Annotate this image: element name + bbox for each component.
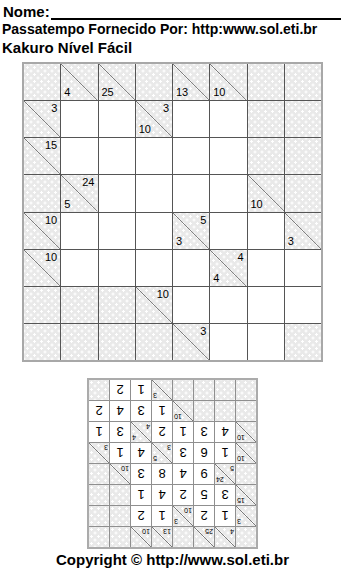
across-clue: 24 bbox=[82, 177, 94, 188]
clue-cell: 53 bbox=[173, 213, 209, 249]
across-clue: 3 bbox=[153, 392, 157, 399]
blank-cell bbox=[285, 64, 321, 100]
blank-cell bbox=[89, 527, 109, 547]
clue-cell: 10 bbox=[173, 401, 193, 421]
across-clue: 4 bbox=[132, 434, 136, 441]
down-clue: 10 bbox=[184, 507, 192, 514]
solution-cell: 3 bbox=[173, 443, 193, 463]
blank-cell bbox=[236, 527, 256, 547]
solution-digit: 2 bbox=[173, 485, 193, 505]
solution-cell: 1 bbox=[215, 443, 235, 463]
clue-cell: 10 bbox=[210, 64, 246, 100]
clue-cell: 3 bbox=[173, 324, 209, 360]
entry-cell[interactable] bbox=[210, 138, 246, 174]
clue-cell: 245 bbox=[215, 464, 235, 484]
entry-cell[interactable] bbox=[173, 138, 209, 174]
solution-cell: 3 bbox=[131, 401, 151, 421]
blank-cell bbox=[215, 380, 235, 400]
entry-cell[interactable] bbox=[99, 138, 135, 174]
solution-cell: 8 bbox=[152, 464, 172, 484]
clue-cell: 10 bbox=[236, 422, 256, 442]
solution-digit: 1 bbox=[215, 506, 235, 526]
solution-digit: 3 bbox=[194, 422, 214, 442]
solution-cell: 2 bbox=[131, 506, 151, 526]
solution-cell: 3 bbox=[215, 485, 235, 505]
entry-cell[interactable] bbox=[136, 175, 172, 211]
solution-cell: 1 bbox=[152, 506, 172, 526]
solution-cell: 4 bbox=[131, 443, 151, 463]
clue-cell: 44 bbox=[131, 422, 151, 442]
across-clue: 24 bbox=[216, 476, 224, 483]
across-clue: 10 bbox=[237, 434, 245, 441]
down-clue: 13 bbox=[163, 528, 171, 535]
across-clue: 3 bbox=[174, 518, 178, 525]
clue-cell: 10 bbox=[136, 287, 172, 323]
clue-cell: 3 bbox=[89, 443, 109, 463]
across-clue: 3 bbox=[200, 326, 206, 337]
solution-cell: 2 bbox=[173, 485, 193, 505]
entry-cell[interactable] bbox=[248, 250, 284, 286]
solution-digit: 1 bbox=[215, 443, 235, 463]
entry-cell[interactable] bbox=[210, 213, 246, 249]
solution-cell: 3 bbox=[110, 422, 130, 442]
name-row: Nome: bbox=[3, 3, 341, 20]
kakuro-board: 425131033101524510105331044103 bbox=[22, 62, 323, 362]
clue-cell: 10 bbox=[24, 250, 60, 286]
solution-digit: 1 bbox=[89, 422, 109, 442]
solution-cell: 1 bbox=[131, 485, 151, 505]
solution-cell: 3 bbox=[194, 422, 214, 442]
clue-cell: 4 bbox=[61, 64, 97, 100]
entry-cell[interactable] bbox=[61, 138, 97, 174]
blank-cell bbox=[24, 64, 60, 100]
solution-cell: 9 bbox=[194, 464, 214, 484]
solution-digit: 2 bbox=[110, 380, 130, 400]
blank-cell bbox=[110, 527, 130, 547]
solution-cell: 2 bbox=[152, 422, 172, 442]
blank-cell bbox=[236, 464, 256, 484]
solution-cell: 1 bbox=[215, 506, 235, 526]
across-clue: 10 bbox=[45, 252, 57, 263]
down-clue: 3 bbox=[104, 444, 108, 451]
solution-digit: 3 bbox=[215, 485, 235, 505]
copyright: Copyright © http://www.sol.eti.br bbox=[0, 551, 345, 569]
across-clue: 15 bbox=[45, 140, 57, 151]
down-clue: 10 bbox=[142, 528, 150, 535]
solution-digit: 5 bbox=[194, 485, 214, 505]
provider-line: Passatempo Fornecido Por: http:www.sol.e… bbox=[2, 21, 317, 38]
blank-cell bbox=[99, 287, 135, 323]
entry-cell[interactable] bbox=[173, 101, 209, 137]
solution-digit: 2 bbox=[89, 401, 109, 421]
solution-digit: 4 bbox=[215, 422, 235, 442]
blank-cell bbox=[89, 506, 109, 526]
across-clue: 3 bbox=[51, 103, 57, 114]
blank-cell bbox=[89, 380, 109, 400]
solution-cell: 4 bbox=[173, 464, 193, 484]
solution-digit: 3 bbox=[173, 443, 193, 463]
entry-cell[interactable] bbox=[136, 213, 172, 249]
clue-cell: 3 bbox=[24, 101, 60, 137]
clue-cell: 13 bbox=[152, 527, 172, 547]
blank-cell bbox=[285, 138, 321, 174]
solution-digit: 8 bbox=[152, 464, 172, 484]
down-clue: 25 bbox=[102, 87, 114, 98]
solution-digit: 1 bbox=[110, 443, 130, 463]
blank-cell bbox=[248, 64, 284, 100]
solution-cell: 3 bbox=[131, 464, 151, 484]
entry-cell[interactable] bbox=[173, 287, 209, 323]
across-clue: 10 bbox=[237, 455, 245, 462]
entry-cell[interactable] bbox=[61, 101, 97, 137]
entry-cell[interactable] bbox=[285, 287, 321, 323]
solution-cell: 4 bbox=[215, 422, 235, 442]
clue-cell: 3 bbox=[152, 380, 172, 400]
blank-cell bbox=[89, 464, 109, 484]
across-clue: 5 bbox=[153, 455, 157, 462]
entry-cell[interactable] bbox=[210, 324, 246, 360]
clue-cell: 10 bbox=[110, 464, 130, 484]
clue-cell: 25 bbox=[99, 64, 135, 100]
entry-cell[interactable] bbox=[99, 101, 135, 137]
entry-cell[interactable] bbox=[99, 250, 135, 286]
blank-cell bbox=[24, 175, 60, 211]
entry-cell[interactable] bbox=[99, 213, 135, 249]
down-clue: 5 bbox=[230, 465, 234, 472]
kakuro-solution-board: 4251310312310121535241245948310101635341… bbox=[87, 378, 258, 549]
solution-digit: 4 bbox=[131, 443, 151, 463]
clue-cell: 25 bbox=[194, 527, 214, 547]
blank-cell bbox=[236, 380, 256, 400]
blank-cell bbox=[61, 324, 97, 360]
solution-cell: 2 bbox=[194, 506, 214, 526]
solution-cell: 5 bbox=[194, 485, 214, 505]
entry-cell[interactable] bbox=[173, 250, 209, 286]
down-clue: 10 bbox=[139, 124, 151, 135]
clue-cell: 245 bbox=[61, 175, 97, 211]
blank-cell bbox=[194, 380, 214, 400]
entry-cell[interactable] bbox=[61, 213, 97, 249]
clue-cell: 44 bbox=[210, 250, 246, 286]
clue-cell: 10 bbox=[236, 443, 256, 463]
entry-cell[interactable] bbox=[248, 213, 284, 249]
clue-cell: 15 bbox=[24, 138, 60, 174]
blank-cell bbox=[136, 64, 172, 100]
solution-board-rotated: 4251310312310121535241245948310101635341… bbox=[87, 378, 258, 549]
clue-cell: 13 bbox=[173, 64, 209, 100]
entry-cell[interactable] bbox=[173, 175, 209, 211]
entry-cell[interactable] bbox=[248, 324, 284, 360]
clue-cell: 10 bbox=[131, 527, 151, 547]
down-clue: 4 bbox=[64, 87, 70, 98]
clue-cell: 310 bbox=[136, 101, 172, 137]
solution-digit: 3 bbox=[131, 401, 151, 421]
blank-cell bbox=[136, 324, 172, 360]
solution-cell: 1 bbox=[131, 380, 151, 400]
down-clue: 3 bbox=[167, 444, 171, 451]
solution-digit: 1 bbox=[173, 422, 193, 442]
blank-cell bbox=[61, 287, 97, 323]
entry-cell[interactable] bbox=[248, 287, 284, 323]
blank-cell bbox=[110, 485, 130, 505]
down-clue: 25 bbox=[205, 528, 213, 535]
down-clue: 4 bbox=[146, 423, 150, 430]
page-title: Kakuro Nível Fácil bbox=[2, 39, 132, 57]
solution-cell: 1 bbox=[152, 401, 172, 421]
clue-cell: 3 bbox=[285, 213, 321, 249]
solution-cell: 1 bbox=[110, 443, 130, 463]
solution-digit: 1 bbox=[152, 506, 172, 526]
entry-cell[interactable] bbox=[136, 250, 172, 286]
solution-digit: 4 bbox=[173, 464, 193, 484]
clue-cell: 10 bbox=[24, 213, 60, 249]
entry-cell[interactable] bbox=[210, 175, 246, 211]
blank-cell bbox=[173, 380, 193, 400]
solution-cell: 1 bbox=[173, 422, 193, 442]
down-clue: 5 bbox=[64, 199, 70, 210]
across-clue: 3 bbox=[237, 518, 241, 525]
blank-cell bbox=[24, 287, 60, 323]
across-clue: 10 bbox=[174, 413, 182, 420]
solution-digit: 2 bbox=[152, 422, 172, 442]
across-clue: 4 bbox=[237, 252, 243, 263]
blank-cell bbox=[285, 175, 321, 211]
blank-cell bbox=[248, 138, 284, 174]
entry-cell[interactable] bbox=[210, 101, 246, 137]
blank-cell bbox=[194, 401, 214, 421]
solution-cell: 2 bbox=[89, 401, 109, 421]
down-clue: 10 bbox=[251, 199, 263, 210]
blank-cell bbox=[173, 527, 193, 547]
down-clue: 10 bbox=[213, 87, 225, 98]
across-clue: 10 bbox=[157, 289, 169, 300]
solution-digit: 1 bbox=[131, 380, 151, 400]
down-clue: 3 bbox=[176, 236, 182, 247]
down-clue: 13 bbox=[176, 87, 188, 98]
entry-cell[interactable] bbox=[136, 138, 172, 174]
entry-cell[interactable] bbox=[285, 250, 321, 286]
solution-digit: 4 bbox=[110, 401, 130, 421]
solution-cell: 4 bbox=[110, 401, 130, 421]
clue-cell: 3 bbox=[236, 506, 256, 526]
clue-cell: 310 bbox=[173, 506, 193, 526]
clue-cell: 10 bbox=[248, 175, 284, 211]
solution-cell: 1 bbox=[89, 422, 109, 442]
blank-cell bbox=[89, 485, 109, 505]
across-clue: 15 bbox=[237, 497, 245, 504]
solution-digit: 4 bbox=[152, 485, 172, 505]
solution-digit: 1 bbox=[131, 485, 151, 505]
clue-cell: 15 bbox=[236, 485, 256, 505]
blank-cell bbox=[248, 101, 284, 137]
blank-cell bbox=[285, 101, 321, 137]
clue-cell: 4 bbox=[215, 527, 235, 547]
solution-cell: 4 bbox=[152, 485, 172, 505]
down-clue: 10 bbox=[121, 465, 129, 472]
solution-digit: 2 bbox=[194, 506, 214, 526]
entry-cell[interactable] bbox=[210, 287, 246, 323]
solution-digit: 2 bbox=[131, 506, 151, 526]
entry-cell[interactable] bbox=[99, 175, 135, 211]
blank-cell bbox=[110, 506, 130, 526]
solution-digit: 1 bbox=[152, 401, 172, 421]
blank-cell bbox=[99, 324, 135, 360]
kakuro-page: Nome: Passatempo Fornecido Por: http:www… bbox=[0, 0, 345, 572]
down-clue: 3 bbox=[288, 236, 294, 247]
across-clue: 5 bbox=[200, 215, 206, 226]
blank-cell bbox=[215, 401, 235, 421]
solution-cell: 2 bbox=[110, 380, 130, 400]
blank-cell bbox=[24, 324, 60, 360]
solution-digit: 9 bbox=[194, 464, 214, 484]
solution-digit: 3 bbox=[131, 464, 151, 484]
solution-digit: 6 bbox=[194, 443, 214, 463]
across-clue: 3 bbox=[163, 103, 169, 114]
name-underline bbox=[51, 3, 341, 20]
clue-cell: 53 bbox=[152, 443, 172, 463]
entry-cell[interactable] bbox=[61, 250, 97, 286]
solution-digit: 3 bbox=[110, 422, 130, 442]
name-label: Nome: bbox=[3, 4, 50, 20]
blank-cell bbox=[285, 324, 321, 360]
across-clue: 10 bbox=[45, 215, 57, 226]
down-clue: 4 bbox=[230, 528, 234, 535]
solution-cell: 6 bbox=[194, 443, 214, 463]
down-clue: 4 bbox=[213, 273, 219, 284]
blank-cell bbox=[236, 401, 256, 421]
